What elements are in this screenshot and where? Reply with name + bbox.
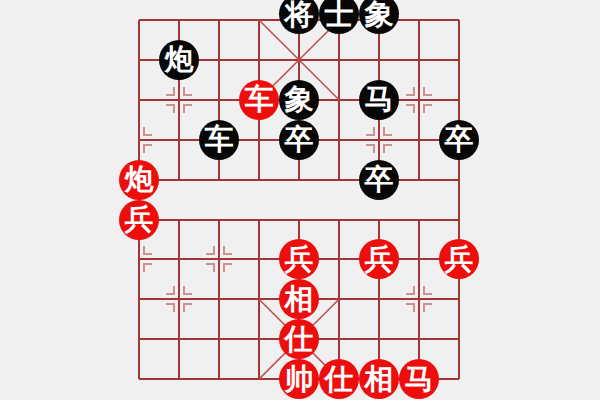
piece-black-elephant[interactable]: 象 bbox=[359, 0, 399, 34]
piece-black-advisor[interactable]: 士 bbox=[319, 0, 359, 34]
piece-red-soldier[interactable]: 兵 bbox=[439, 239, 479, 279]
point-marker bbox=[144, 145, 152, 153]
point-marker bbox=[384, 145, 392, 153]
point-marker bbox=[206, 264, 214, 272]
point-marker bbox=[224, 246, 232, 254]
point-marker bbox=[184, 286, 192, 294]
xiangqi-app: 将士象炮车象马车卒卒炮卒兵兵兵兵相仕帅仕相马 bbox=[0, 0, 600, 400]
point-marker bbox=[184, 87, 192, 95]
point-marker bbox=[424, 304, 432, 312]
point-marker bbox=[206, 246, 214, 254]
point-marker bbox=[144, 246, 152, 254]
point-marker bbox=[406, 286, 414, 294]
piece-red-elephant[interactable]: 相 bbox=[279, 279, 319, 319]
piece-red-elephant[interactable]: 相 bbox=[359, 359, 399, 399]
point-marker bbox=[224, 264, 232, 272]
piece-black-soldier[interactable]: 卒 bbox=[439, 120, 479, 160]
point-marker bbox=[424, 105, 432, 113]
piece-black-elephant[interactable]: 象 bbox=[279, 80, 319, 120]
point-marker bbox=[424, 286, 432, 294]
piece-red-general[interactable]: 帅 bbox=[279, 359, 319, 399]
point-marker bbox=[166, 87, 174, 95]
point-marker bbox=[366, 127, 374, 135]
piece-red-chariot[interactable]: 车 bbox=[239, 80, 279, 120]
xiangqi-board[interactable]: 将士象炮车象马车卒卒炮卒兵兵兵兵相仕帅仕相马 bbox=[0, 0, 600, 400]
point-marker bbox=[366, 145, 374, 153]
point-marker bbox=[406, 87, 414, 95]
point-marker bbox=[384, 127, 392, 135]
piece-black-soldier[interactable]: 卒 bbox=[359, 160, 399, 200]
piece-red-soldier[interactable]: 兵 bbox=[359, 239, 399, 279]
piece-black-horse[interactable]: 马 bbox=[359, 80, 399, 120]
point-marker bbox=[406, 105, 414, 113]
piece-red-soldier[interactable]: 兵 bbox=[279, 239, 319, 279]
point-marker bbox=[184, 304, 192, 312]
point-marker bbox=[144, 264, 152, 272]
point-marker bbox=[424, 87, 432, 95]
point-marker bbox=[184, 105, 192, 113]
point-marker bbox=[166, 286, 174, 294]
piece-black-general[interactable]: 将 bbox=[279, 0, 319, 34]
piece-red-horse[interactable]: 马 bbox=[399, 359, 439, 399]
piece-red-soldier[interactable]: 兵 bbox=[119, 200, 159, 240]
piece-black-soldier[interactable]: 卒 bbox=[279, 120, 319, 160]
point-marker bbox=[406, 304, 414, 312]
point-marker bbox=[166, 304, 174, 312]
point-marker bbox=[166, 105, 174, 113]
piece-red-advisor[interactable]: 仕 bbox=[319, 359, 359, 399]
piece-red-cannon[interactable]: 炮 bbox=[119, 160, 159, 200]
piece-black-cannon[interactable]: 炮 bbox=[159, 40, 199, 80]
point-marker bbox=[144, 127, 152, 135]
piece-black-chariot[interactable]: 车 bbox=[199, 120, 239, 160]
piece-red-advisor[interactable]: 仕 bbox=[279, 319, 319, 359]
